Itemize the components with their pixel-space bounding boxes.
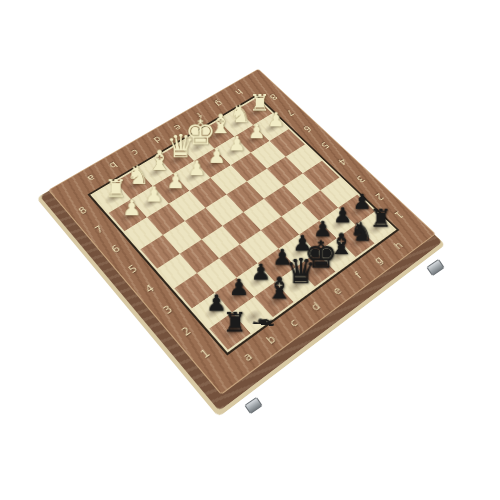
chess-board-3d: abcdefgh abcdefgh 87654321 87654321 ♜♞♝♛… xyxy=(48,69,436,395)
piece-black-bishop[interactable]: ♝ xyxy=(266,274,293,304)
piece-white-pawn[interactable]: ♟ xyxy=(122,198,141,219)
piece-white-pawn[interactable]: ♟ xyxy=(228,134,246,154)
piece-white-pawn[interactable]: ♟ xyxy=(144,184,163,205)
piece-white-pawn[interactable]: ♟ xyxy=(267,110,285,130)
piece-black-pawn[interactable]: ♟ xyxy=(229,277,249,299)
hinge-clasp-icon xyxy=(426,259,445,277)
square-g4[interactable] xyxy=(284,173,321,203)
piece-black-rook[interactable]: ♜ xyxy=(223,309,248,336)
chess-set-photo: abcdefgh abcdefgh 87654321 87654321 ♜♞♝♛… xyxy=(0,0,500,500)
square-b5[interactable] xyxy=(163,221,201,254)
board-frame: abcdefgh abcdefgh 87654321 87654321 ♜♞♝♛… xyxy=(48,69,436,395)
piece-white-pawn[interactable]: ♟ xyxy=(247,122,265,142)
hinge-clasp-icon xyxy=(244,397,263,415)
piece-white-pawn[interactable]: ♟ xyxy=(166,171,185,192)
piece-white-pawn[interactable]: ♟ xyxy=(187,158,205,179)
piece-white-pawn[interactable]: ♟ xyxy=(208,146,226,166)
